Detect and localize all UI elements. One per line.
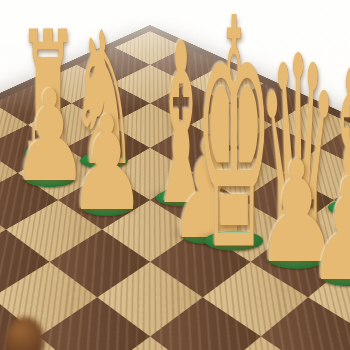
dark-piece-head [6, 317, 44, 350]
white-pawn-5-right-glyph: ♟ [307, 160, 350, 301]
chess-set-photo: ♜♞♝♚♛♝♟♟♟♟♟ [0, 0, 350, 350]
pieces-layer: ♜♞♝♚♛♝♟♟♟♟♟ [0, 0, 350, 350]
white-pawn-2-glyph: ♟ [68, 99, 147, 230]
